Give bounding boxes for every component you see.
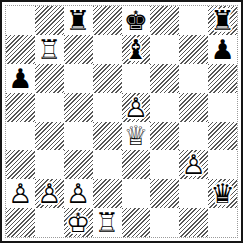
square-f4[interactable] (150, 122, 179, 151)
square-c3[interactable] (64, 150, 93, 179)
white-pawn-glyph: ♙ (122, 93, 151, 122)
white-king-glyph: ♔ (64, 208, 93, 237)
square-h8[interactable]: ♜♜ (208, 6, 237, 35)
white-queen: ♛♕ (122, 122, 151, 151)
square-h5[interactable] (208, 93, 237, 122)
square-c8[interactable]: ♜♜ (64, 6, 93, 35)
square-d7[interactable] (93, 35, 122, 64)
square-h7[interactable]: ♟♟ (208, 35, 237, 64)
square-f8[interactable] (150, 6, 179, 35)
square-e2[interactable] (122, 179, 151, 208)
white-pawn: ♟♙ (122, 93, 151, 122)
square-e5[interactable]: ♟♙ (122, 93, 151, 122)
black-king: ♚♚ (122, 6, 151, 35)
square-a8[interactable] (6, 6, 35, 35)
white-pawn-glyph: ♙ (6, 179, 35, 208)
black-rook: ♜♜ (64, 6, 93, 35)
square-a7[interactable] (6, 35, 35, 64)
square-g5[interactable] (179, 93, 208, 122)
white-pawn: ♟♙ (6, 179, 35, 208)
square-d3[interactable] (93, 150, 122, 179)
square-b6[interactable] (35, 64, 64, 93)
black-bishop-glyph: ♝ (122, 35, 151, 64)
square-a1[interactable] (6, 208, 35, 237)
square-h6[interactable] (208, 64, 237, 93)
square-h4[interactable] (208, 122, 237, 151)
square-f5[interactable] (150, 93, 179, 122)
chess-board: ♜♜♚♚♜♜♜♖♝♝♟♟♟♟♟♙♛♕♟♙♟♙♟♙♟♙♛♛♚♔♜♖ (5, 5, 238, 238)
square-g7[interactable] (179, 35, 208, 64)
square-h3[interactable] (208, 150, 237, 179)
square-h2[interactable]: ♛♛ (208, 179, 237, 208)
black-king-glyph: ♚ (122, 6, 151, 35)
white-pawn-glyph: ♙ (35, 179, 64, 208)
black-rook: ♜♜ (208, 6, 237, 35)
square-f1[interactable] (150, 208, 179, 237)
black-pawn: ♟♟ (208, 35, 237, 64)
square-b2[interactable]: ♟♙ (35, 179, 64, 208)
square-e1[interactable] (122, 208, 151, 237)
square-f2[interactable] (150, 179, 179, 208)
square-f3[interactable] (150, 150, 179, 179)
black-bishop: ♝♝ (122, 35, 151, 64)
square-e7[interactable]: ♝♝ (122, 35, 151, 64)
white-rook-glyph: ♖ (93, 208, 122, 237)
square-d4[interactable] (93, 122, 122, 151)
white-pawn-glyph: ♙ (64, 179, 93, 208)
square-e6[interactable] (122, 64, 151, 93)
square-d5[interactable] (93, 93, 122, 122)
white-king: ♚♔ (64, 208, 93, 237)
white-pawn-glyph: ♙ (179, 150, 208, 179)
white-rook: ♜♖ (93, 208, 122, 237)
square-c6[interactable] (64, 64, 93, 93)
square-c5[interactable] (64, 93, 93, 122)
black-rook-glyph: ♜ (64, 6, 93, 35)
black-queen-glyph: ♛ (208, 179, 237, 208)
square-h1[interactable] (208, 208, 237, 237)
square-b5[interactable] (35, 93, 64, 122)
white-rook: ♜♖ (35, 35, 64, 64)
black-pawn-glyph: ♟ (208, 35, 237, 64)
square-g3[interactable]: ♟♙ (179, 150, 208, 179)
square-a3[interactable] (6, 150, 35, 179)
white-rook-glyph: ♖ (35, 35, 64, 64)
square-b3[interactable] (35, 150, 64, 179)
white-queen-glyph: ♕ (122, 122, 151, 151)
black-pawn: ♟♟ (6, 64, 35, 93)
square-g2[interactable] (179, 179, 208, 208)
square-a2[interactable]: ♟♙ (6, 179, 35, 208)
square-c4[interactable] (64, 122, 93, 151)
square-d8[interactable] (93, 6, 122, 35)
square-b1[interactable] (35, 208, 64, 237)
square-b4[interactable] (35, 122, 64, 151)
square-g8[interactable] (179, 6, 208, 35)
square-d6[interactable] (93, 64, 122, 93)
square-c2[interactable]: ♟♙ (64, 179, 93, 208)
white-pawn: ♟♙ (64, 179, 93, 208)
square-a5[interactable] (6, 93, 35, 122)
square-e3[interactable] (122, 150, 151, 179)
square-e4[interactable]: ♛♕ (122, 122, 151, 151)
white-pawn: ♟♙ (35, 179, 64, 208)
square-a6[interactable]: ♟♟ (6, 64, 35, 93)
square-d2[interactable] (93, 179, 122, 208)
black-pawn-glyph: ♟ (6, 64, 35, 93)
square-a4[interactable] (6, 122, 35, 151)
square-g1[interactable] (179, 208, 208, 237)
square-c7[interactable] (64, 35, 93, 64)
square-d1[interactable]: ♜♖ (93, 208, 122, 237)
square-e8[interactable]: ♚♚ (122, 6, 151, 35)
square-f6[interactable] (150, 64, 179, 93)
black-rook-glyph: ♜ (208, 6, 237, 35)
square-b8[interactable] (35, 6, 64, 35)
square-f7[interactable] (150, 35, 179, 64)
square-g6[interactable] (179, 64, 208, 93)
square-c1[interactable]: ♚♔ (64, 208, 93, 237)
square-g4[interactable] (179, 122, 208, 151)
black-queen: ♛♛ (208, 179, 237, 208)
white-pawn: ♟♙ (179, 150, 208, 179)
square-b7[interactable]: ♜♖ (35, 35, 64, 64)
chess-board-frame: ♜♜♚♚♜♜♜♖♝♝♟♟♟♟♟♙♛♕♟♙♟♙♟♙♟♙♛♛♚♔♜♖ (0, 0, 243, 243)
